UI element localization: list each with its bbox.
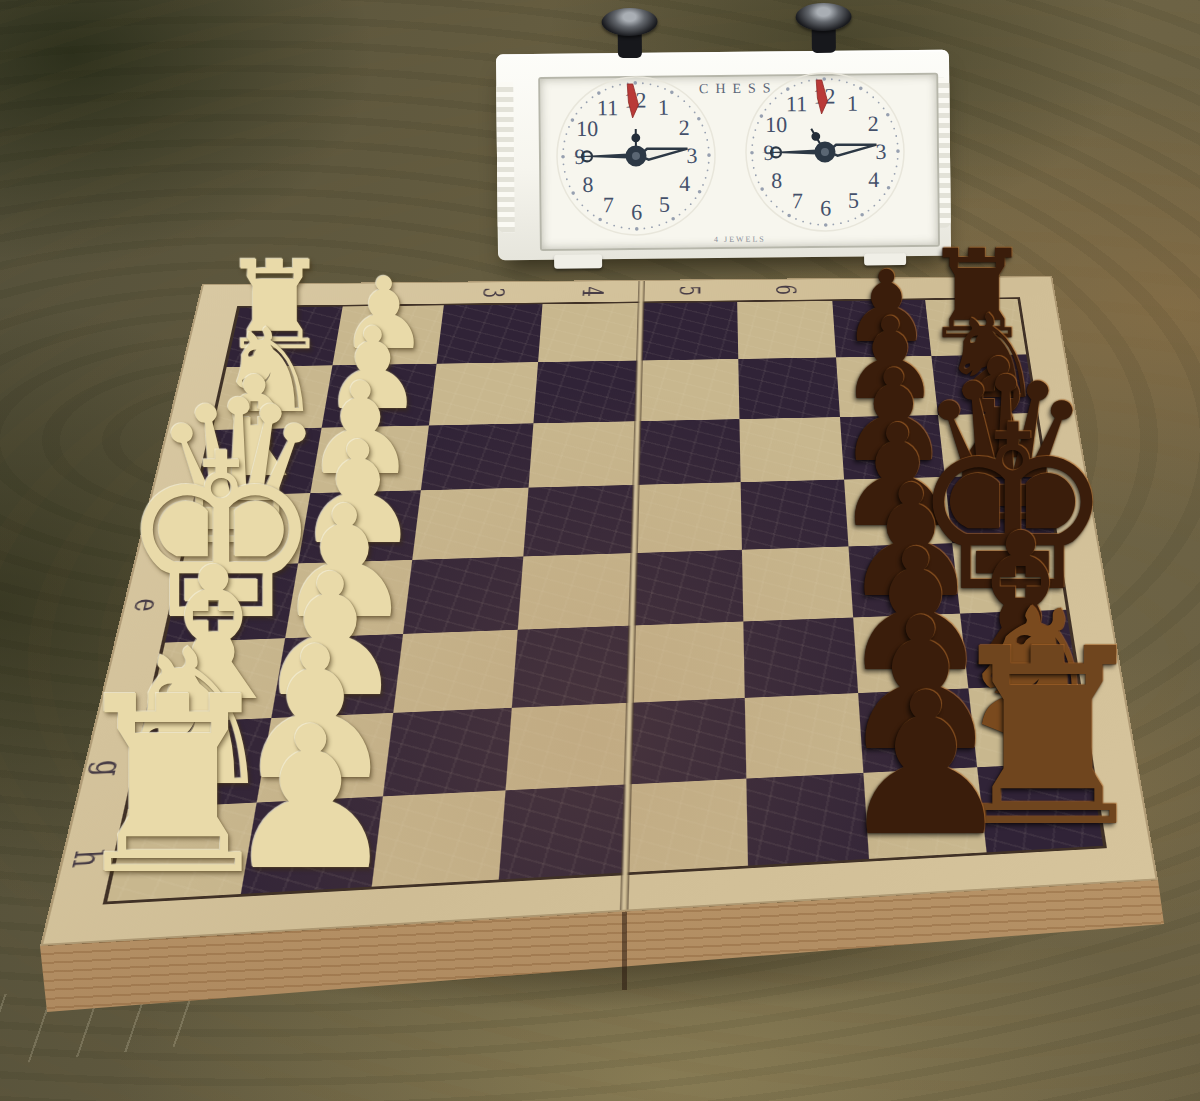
square-b6[interactable] <box>738 357 839 419</box>
square-c6[interactable] <box>739 417 843 483</box>
square-c4[interactable] <box>529 421 637 488</box>
square-a5[interactable] <box>639 302 738 360</box>
square-d5[interactable] <box>634 482 742 553</box>
square-h5[interactable] <box>625 779 748 873</box>
square-f4[interactable] <box>512 625 631 707</box>
clock-foot-left <box>554 254 602 269</box>
square-g4[interactable] <box>506 702 630 790</box>
board-front-seam-notch <box>622 912 627 990</box>
rank-label-6: 6 <box>769 284 802 295</box>
svg-text:7: 7 <box>603 192 614 217</box>
rank-label-3: 3 <box>476 287 511 298</box>
clock-side-ribs-left <box>496 82 515 232</box>
svg-text:3: 3 <box>686 143 697 168</box>
square-d4[interactable] <box>524 485 636 556</box>
square-g5[interactable] <box>627 698 746 785</box>
clock-button-left[interactable] <box>601 8 658 59</box>
clock-dial-left: 123456789101112 <box>550 70 722 242</box>
square-b3[interactable] <box>428 362 538 425</box>
svg-text:4: 4 <box>868 167 879 192</box>
scene: CHESS 123456789101112 123456789101112 4 … <box>0 0 1200 1101</box>
svg-text:6: 6 <box>820 195 831 220</box>
svg-text:7: 7 <box>792 188 803 213</box>
square-a6[interactable] <box>737 301 836 359</box>
square-e4[interactable] <box>518 553 634 629</box>
rank-label-5: 5 <box>673 285 706 296</box>
piece-white-rook-h1[interactable]: ♜ <box>64 665 283 909</box>
clock-dial-right: 123456789101112 <box>739 66 911 238</box>
svg-text:10: 10 <box>576 116 598 141</box>
svg-text:1: 1 <box>847 91 858 116</box>
piece-black-pawn-h7[interactable]: ♟ <box>837 666 1014 863</box>
svg-text:5: 5 <box>659 192 670 217</box>
svg-text:11: 11 <box>597 95 618 120</box>
chess-clock: CHESS 123456789101112 123456789101112 4 … <box>496 50 951 261</box>
svg-text:6: 6 <box>631 199 642 224</box>
svg-text:8: 8 <box>771 168 782 193</box>
svg-text:5: 5 <box>848 188 859 213</box>
svg-text:4: 4 <box>679 171 690 196</box>
clock-face: CHESS 123456789101112 123456789101112 4 … <box>538 73 940 251</box>
svg-text:2: 2 <box>679 115 690 140</box>
square-d3[interactable] <box>412 488 529 560</box>
button-cap <box>795 3 851 32</box>
square-h4[interactable] <box>499 785 627 880</box>
square-a3[interactable] <box>436 304 543 363</box>
square-b4[interactable] <box>534 360 639 423</box>
square-b5[interactable] <box>637 359 739 421</box>
square-d6[interactable] <box>740 480 848 550</box>
svg-text:2: 2 <box>868 111 879 136</box>
square-c5[interactable] <box>635 419 740 485</box>
square-f5[interactable] <box>629 621 744 702</box>
svg-text:8: 8 <box>582 172 593 197</box>
square-a4[interactable] <box>538 303 640 362</box>
svg-text:1: 1 <box>658 95 669 120</box>
square-e5[interactable] <box>632 550 744 626</box>
clock-button-right[interactable] <box>795 3 852 54</box>
button-cap <box>601 8 657 37</box>
svg-text:10: 10 <box>765 112 787 137</box>
rank-label-4: 4 <box>575 286 609 297</box>
square-c3[interactable] <box>420 423 533 490</box>
svg-text:3: 3 <box>875 139 886 164</box>
svg-text:11: 11 <box>786 91 807 116</box>
